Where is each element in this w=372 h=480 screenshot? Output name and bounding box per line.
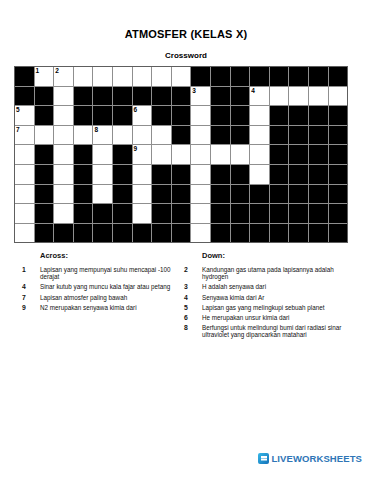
block-cell [270, 106, 289, 125]
block-cell [74, 87, 93, 106]
open-cell[interactable] [231, 145, 250, 164]
clue-item-number: 8 [184, 324, 202, 338]
block-cell [329, 204, 348, 223]
clue-item-text: Lapisan atmosfer paling bawah [40, 294, 127, 301]
block-cell [133, 224, 152, 243]
block-cell [329, 224, 348, 243]
block-cell [35, 145, 54, 164]
block-cell [309, 204, 328, 223]
cell-clue-number: 9 [134, 145, 138, 152]
open-cell[interactable] [191, 185, 210, 204]
block-cell [15, 87, 34, 106]
block-cell [35, 204, 54, 223]
block-cell [250, 185, 269, 204]
liveworksheets-icon [258, 453, 269, 464]
open-cell[interactable] [250, 126, 269, 145]
block-cell [74, 204, 93, 223]
block-cell [113, 185, 132, 204]
block-cell [152, 87, 171, 106]
block-cell [309, 185, 328, 204]
block-cell [309, 145, 328, 164]
clue-item: 8Berfungsi untuk melindungi bumi dari ra… [184, 324, 358, 338]
block-cell [270, 126, 289, 145]
open-cell[interactable] [152, 126, 171, 145]
open-cell[interactable] [152, 67, 171, 86]
clue-item-text: Lapisan gas yang melingkupi sebuah plane… [202, 304, 325, 311]
block-cell [191, 67, 210, 86]
block-cell [289, 126, 308, 145]
open-cell[interactable] [15, 165, 34, 184]
cell-clue-number: 8 [94, 126, 98, 133]
open-cell[interactable]: 9 [133, 145, 152, 164]
block-cell [211, 185, 230, 204]
open-cell[interactable] [15, 185, 34, 204]
block-cell [93, 224, 112, 243]
open-cell[interactable] [289, 87, 308, 106]
clue-item: 7Lapisan atmosfer paling bawah [22, 294, 180, 301]
liveworksheets-logo[interactable]: LIVEWORKSHEETS [258, 453, 362, 464]
open-cell[interactable] [133, 204, 152, 223]
block-cell [231, 87, 250, 106]
cell-clue-number: 2 [55, 67, 59, 74]
page-title: ATMOSFER (KELAS X) [0, 28, 372, 40]
block-cell [309, 165, 328, 184]
block-cell [172, 106, 191, 125]
block-cell [74, 224, 93, 243]
clue-item-text: N2 merupakan senyawa kimia dari [40, 304, 137, 311]
open-cell[interactable] [191, 145, 210, 164]
block-cell [211, 224, 230, 243]
block-cell [211, 67, 230, 86]
block-cell [289, 165, 308, 184]
open-cell[interactable] [54, 165, 73, 184]
block-cell [152, 185, 171, 204]
clue-item-text: Senyawa kimia dari Ar [202, 294, 264, 301]
block-cell [35, 87, 54, 106]
open-cell[interactable] [172, 145, 191, 164]
clue-item: 9N2 merupakan senyawa kimia dari [22, 304, 180, 311]
open-cell[interactable] [15, 204, 34, 223]
block-cell [172, 165, 191, 184]
clue-item: 2Kandungan gas utama pada lapisannya ada… [184, 266, 358, 280]
block-cell [329, 185, 348, 204]
block-cell [211, 165, 230, 184]
block-cell [270, 165, 289, 184]
open-cell[interactable] [191, 224, 210, 243]
clue-item-number: 9 [22, 304, 40, 311]
clue-item-text: He merupakan unsur kimia dari [202, 314, 290, 321]
block-cell [289, 145, 308, 164]
open-cell[interactable] [15, 145, 34, 164]
block-cell [309, 224, 328, 243]
cell-clue-number: 7 [16, 126, 20, 133]
block-cell [152, 165, 171, 184]
block-cell [35, 106, 54, 125]
block-cell [152, 204, 171, 223]
crossword-grid: 123456789 [14, 66, 348, 243]
clue-item-number: 1 [22, 266, 40, 280]
clue-item-text: H adalah senyawa dari [202, 283, 266, 290]
clue-item: 5Lapisan gas yang melingkupi sebuah plan… [184, 304, 358, 311]
block-cell [329, 165, 348, 184]
block-cell [270, 224, 289, 243]
clue-item-number: 6 [184, 314, 202, 321]
open-cell[interactable]: 6 [133, 106, 152, 125]
open-cell[interactable] [250, 165, 269, 184]
block-cell [270, 204, 289, 223]
open-cell[interactable] [54, 145, 73, 164]
block-cell [133, 87, 152, 106]
block-cell [113, 145, 132, 164]
block-cell [35, 224, 54, 243]
down-clues: Down: 2Kandungan gas utama pada lapisann… [184, 251, 358, 342]
block-cell [152, 224, 171, 243]
block-cell [113, 224, 132, 243]
block-cell [211, 204, 230, 223]
block-cell [172, 185, 191, 204]
across-clues: Across: 1Lapisan yang mempunyai suhu men… [22, 251, 180, 314]
block-cell [113, 87, 132, 106]
open-cell[interactable] [250, 106, 269, 125]
block-cell [93, 106, 112, 125]
clue-item-number: 4 [184, 294, 202, 301]
open-cell[interactable] [191, 106, 210, 125]
block-cell [270, 145, 289, 164]
open-cell[interactable]: 2 [54, 67, 73, 86]
clue-item-number: 2 [184, 266, 202, 280]
open-cell[interactable] [113, 67, 132, 86]
open-cell[interactable] [250, 145, 269, 164]
block-cell [289, 204, 308, 223]
block-cell [113, 106, 132, 125]
page-subtitle: Crossword [0, 51, 372, 60]
block-cell [289, 106, 308, 125]
block-cell [35, 165, 54, 184]
block-cell [93, 87, 112, 106]
open-cell[interactable]: 3 [191, 87, 210, 106]
cell-clue-number: 4 [251, 87, 255, 94]
open-cell[interactable] [74, 67, 93, 86]
clue-item-text: Berfungsi untuk melindungi bumi dari rad… [202, 324, 358, 338]
block-cell [35, 185, 54, 204]
block-cell [329, 106, 348, 125]
block-cell [231, 185, 250, 204]
block-cell [74, 106, 93, 125]
block-cell [329, 126, 348, 145]
clue-item-number: 7 [22, 294, 40, 301]
block-cell [211, 126, 230, 145]
block-cell [93, 204, 112, 223]
open-cell[interactable]: 8 [93, 126, 112, 145]
block-cell [289, 67, 308, 86]
block-cell [231, 165, 250, 184]
block-cell [329, 145, 348, 164]
open-cell[interactable] [133, 165, 152, 184]
block-cell [113, 165, 132, 184]
cell-clue-number: 6 [134, 106, 138, 113]
clue-item-text: Lapisan yang mempunyai suhu mencapai -10… [40, 266, 180, 280]
block-cell [250, 67, 269, 86]
block-cell [231, 224, 250, 243]
open-cell[interactable] [329, 87, 348, 106]
block-cell [289, 185, 308, 204]
block-cell [172, 87, 191, 106]
open-cell[interactable] [191, 126, 210, 145]
cell-clue-number: 3 [192, 87, 196, 94]
block-cell [270, 185, 289, 204]
open-cell[interactable] [191, 204, 210, 223]
clue-item: 6He merupakan unsur kimia dari [184, 314, 358, 321]
open-cell[interactable] [191, 165, 210, 184]
open-cell[interactable] [309, 87, 328, 106]
block-cell [172, 204, 191, 223]
block-cell [113, 204, 132, 223]
open-cell[interactable] [133, 185, 152, 204]
clue-item: 4Sinar kutub yang muncu kala fajar atau … [22, 283, 180, 290]
block-cell [172, 224, 191, 243]
open-cell[interactable]: 4 [250, 87, 269, 106]
open-cell[interactable] [93, 145, 112, 164]
block-cell [270, 67, 289, 86]
block-cell [74, 165, 93, 184]
open-cell[interactable]: 1 [35, 67, 54, 86]
cell-clue-number: 5 [16, 106, 20, 113]
block-cell [74, 185, 93, 204]
block-cell [172, 126, 191, 145]
open-cell[interactable] [211, 145, 230, 164]
open-cell[interactable] [152, 145, 171, 164]
open-cell[interactable] [54, 106, 73, 125]
open-cell[interactable] [270, 87, 289, 106]
liveworksheets-text: LIVEWORKSHEETS [271, 453, 362, 464]
clue-item: 3H adalah senyawa dari [184, 283, 358, 290]
open-cell[interactable] [54, 126, 73, 145]
block-cell [309, 106, 328, 125]
clue-item: 1Lapisan yang mempunyai suhu mencapai -1… [22, 266, 180, 280]
block-cell [231, 126, 250, 145]
block-cell [152, 106, 171, 125]
block-cell [329, 67, 348, 86]
open-cell[interactable] [133, 67, 152, 86]
open-cell[interactable] [93, 165, 112, 184]
open-cell[interactable]: 5 [15, 106, 34, 125]
clue-item-number: 5 [184, 304, 202, 311]
block-cell [211, 87, 230, 106]
block-cell [250, 204, 269, 223]
block-cell [309, 67, 328, 86]
block-cell [309, 126, 328, 145]
across-heading: Across: [40, 251, 180, 260]
open-cell[interactable] [172, 67, 191, 86]
open-cell[interactable] [54, 204, 73, 223]
block-cell [15, 67, 34, 86]
open-cell[interactable] [113, 126, 132, 145]
open-cell[interactable] [54, 87, 73, 106]
block-cell [211, 106, 230, 125]
open-cell[interactable] [15, 224, 34, 243]
down-heading: Down: [202, 251, 358, 260]
block-cell [289, 224, 308, 243]
block-cell [74, 145, 93, 164]
open-cell[interactable] [93, 185, 112, 204]
open-cell[interactable] [54, 185, 73, 204]
clue-item-number: 4 [22, 283, 40, 290]
cell-clue-number: 1 [36, 67, 40, 74]
open-cell[interactable] [133, 126, 152, 145]
clue-item-text: Sinar kutub yang muncu kala fajar atau p… [40, 283, 170, 290]
block-cell [231, 204, 250, 223]
open-cell[interactable] [74, 126, 93, 145]
clue-item-text: Kandungan gas utama pada lapisannya adal… [202, 266, 358, 280]
block-cell [231, 67, 250, 86]
clue-item-number: 3 [184, 283, 202, 290]
open-cell[interactable] [93, 67, 112, 86]
block-cell [231, 106, 250, 125]
open-cell[interactable] [35, 126, 54, 145]
block-cell [250, 224, 269, 243]
open-cell[interactable]: 7 [15, 126, 34, 145]
block-cell [54, 224, 73, 243]
clue-item: 4Senyawa kimia dari Ar [184, 294, 358, 301]
